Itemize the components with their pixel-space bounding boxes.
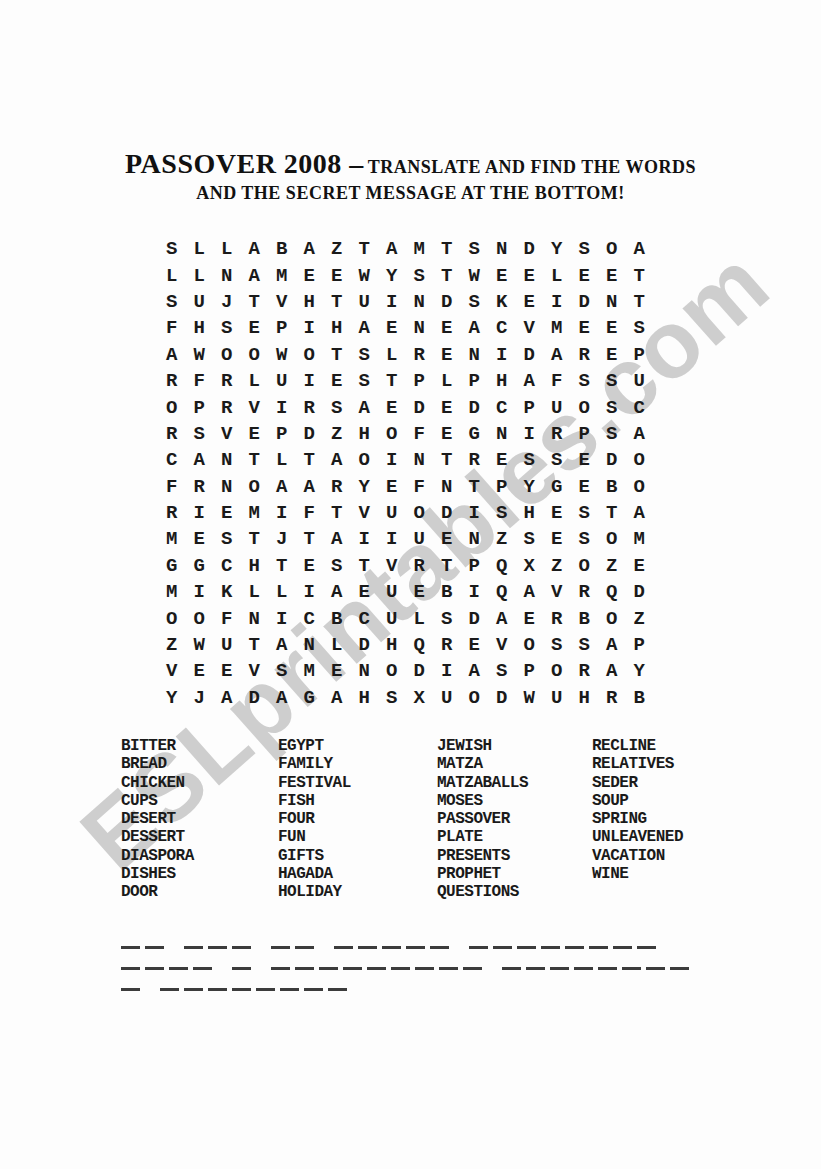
grid-cell[interactable]: I — [186, 500, 214, 526]
grid-cell[interactable]: L — [378, 342, 406, 368]
grid-cell[interactable]: E — [571, 262, 599, 288]
grid-cell[interactable]: O — [598, 236, 626, 262]
grid-cell[interactable]: V — [158, 658, 186, 684]
grid-cell[interactable]: N — [488, 236, 516, 262]
grid-cell[interactable]: S — [461, 236, 489, 262]
grid-cell[interactable]: H — [571, 685, 599, 711]
grid-cell[interactable]: Z — [158, 632, 186, 658]
grid-cell[interactable]: T — [323, 500, 351, 526]
grid-cell[interactable]: O — [461, 685, 489, 711]
grid-cell[interactable]: I — [268, 605, 296, 631]
grid-cell[interactable]: E — [323, 658, 351, 684]
grid-cell[interactable]: B — [433, 579, 461, 605]
grid-cell[interactable]: Z — [598, 553, 626, 579]
grid-cell[interactable]: T — [296, 526, 324, 552]
grid-cell[interactable]: A — [323, 685, 351, 711]
grid-cell[interactable]: O — [378, 658, 406, 684]
grid-cell[interactable]: I — [186, 579, 214, 605]
grid-cell[interactable]: E — [378, 315, 406, 341]
letter-blank[interactable] — [358, 946, 377, 949]
grid-cell[interactable]: T — [626, 262, 654, 288]
grid-cell[interactable]: E — [626, 553, 654, 579]
grid-cell[interactable]: L — [158, 262, 186, 288]
grid-cell[interactable]: N — [406, 289, 434, 315]
grid-cell[interactable]: W — [351, 262, 379, 288]
grid-cell[interactable]: F — [543, 368, 571, 394]
grid-cell[interactable]: E — [516, 605, 544, 631]
letter-blank[interactable] — [121, 988, 140, 991]
grid-cell[interactable]: T — [433, 447, 461, 473]
grid-cell[interactable]: N — [461, 342, 489, 368]
grid-cell[interactable]: A — [351, 315, 379, 341]
grid-cell[interactable]: N — [433, 474, 461, 500]
letter-blank[interactable] — [391, 967, 410, 970]
grid-cell[interactable]: S — [571, 526, 599, 552]
grid-cell[interactable]: T — [241, 289, 269, 315]
grid-cell[interactable]: E — [241, 421, 269, 447]
grid-cell[interactable]: A — [626, 500, 654, 526]
grid-cell[interactable]: E — [461, 632, 489, 658]
grid-cell[interactable]: A — [158, 342, 186, 368]
letter-blank[interactable] — [517, 946, 536, 949]
grid-cell[interactable]: P — [186, 394, 214, 420]
grid-cell[interactable]: I — [516, 421, 544, 447]
grid-cell[interactable]: D — [241, 685, 269, 711]
grid-cell[interactable]: R — [598, 685, 626, 711]
grid-cell[interactable]: A — [543, 342, 571, 368]
grid-cell[interactable]: H — [241, 553, 269, 579]
grid-cell[interactable]: L — [433, 368, 461, 394]
grid-cell[interactable]: C — [626, 394, 654, 420]
grid-cell[interactable]: W — [516, 685, 544, 711]
grid-cell[interactable]: P — [461, 368, 489, 394]
grid-cell[interactable]: I — [268, 394, 296, 420]
grid-cell[interactable]: Z — [543, 553, 571, 579]
grid-cell[interactable]: P — [406, 368, 434, 394]
letter-blank[interactable] — [406, 946, 425, 949]
grid-cell[interactable]: A — [626, 236, 654, 262]
letter-blank[interactable] — [169, 967, 188, 970]
grid-cell[interactable]: E — [516, 289, 544, 315]
letter-blank[interactable] — [526, 967, 545, 970]
grid-cell[interactable]: V — [488, 632, 516, 658]
grid-cell[interactable]: S — [598, 368, 626, 394]
grid-cell[interactable]: O — [158, 394, 186, 420]
letter-blank[interactable] — [334, 946, 353, 949]
grid-cell[interactable]: U — [433, 685, 461, 711]
letter-blank[interactable] — [304, 988, 323, 991]
grid-cell[interactable]: Y — [543, 236, 571, 262]
grid-cell[interactable]: D — [626, 579, 654, 605]
grid-cell[interactable]: N — [406, 447, 434, 473]
grid-cell[interactable]: Y — [158, 685, 186, 711]
letter-blank[interactable] — [502, 967, 521, 970]
letter-blank[interactable] — [160, 988, 179, 991]
grid-cell[interactable]: S — [571, 500, 599, 526]
grid-cell[interactable]: A — [598, 632, 626, 658]
letter-blank[interactable] — [256, 988, 275, 991]
grid-cell[interactable]: I — [378, 289, 406, 315]
grid-cell[interactable]: U — [186, 289, 214, 315]
grid-cell[interactable]: I — [433, 658, 461, 684]
grid-cell[interactable]: A — [268, 685, 296, 711]
grid-cell[interactable]: E — [323, 262, 351, 288]
grid-cell[interactable]: O — [543, 658, 571, 684]
grid-cell[interactable]: L — [268, 447, 296, 473]
grid-cell[interactable]: R — [213, 394, 241, 420]
grid-cell[interactable]: V — [378, 553, 406, 579]
grid-cell[interactable]: A — [516, 368, 544, 394]
grid-cell[interactable]: K — [488, 289, 516, 315]
grid-cell[interactable]: L — [186, 236, 214, 262]
grid-cell[interactable]: U — [406, 526, 434, 552]
grid-cell[interactable]: U — [543, 685, 571, 711]
letter-blank[interactable] — [280, 988, 299, 991]
grid-cell[interactable]: V — [241, 394, 269, 420]
grid-cell[interactable]: J — [186, 685, 214, 711]
grid-cell[interactable]: T — [241, 632, 269, 658]
grid-cell[interactable]: H — [323, 315, 351, 341]
grid-cell[interactable]: R — [406, 553, 434, 579]
grid-cell[interactable]: N — [351, 658, 379, 684]
grid-cell[interactable]: T — [626, 289, 654, 315]
grid-cell[interactable]: T — [378, 368, 406, 394]
grid-cell[interactable]: P — [268, 315, 296, 341]
grid-cell[interactable]: U — [543, 394, 571, 420]
letter-blank[interactable] — [145, 946, 164, 949]
grid-cell[interactable]: E — [433, 342, 461, 368]
letter-blank[interactable] — [232, 967, 251, 970]
letter-blank[interactable] — [439, 967, 458, 970]
letter-blank[interactable] — [541, 946, 560, 949]
grid-cell[interactable]: O — [571, 553, 599, 579]
letter-blank[interactable] — [382, 946, 401, 949]
letter-blank[interactable] — [622, 967, 641, 970]
letter-blank[interactable] — [271, 946, 290, 949]
grid-cell[interactable]: T — [351, 553, 379, 579]
grid-cell[interactable]: C — [488, 315, 516, 341]
grid-cell[interactable]: S — [351, 368, 379, 394]
grid-cell[interactable]: S — [378, 685, 406, 711]
grid-cell[interactable]: E — [433, 315, 461, 341]
letter-blank[interactable] — [670, 967, 689, 970]
grid-cell[interactable]: E — [186, 526, 214, 552]
grid-cell[interactable]: U — [378, 605, 406, 631]
grid-cell[interactable]: C — [158, 447, 186, 473]
grid-cell[interactable]: E — [186, 658, 214, 684]
grid-cell[interactable]: O — [598, 605, 626, 631]
letter-blank[interactable] — [469, 946, 488, 949]
letter-blank[interactable] — [184, 946, 203, 949]
grid-cell[interactable]: R — [461, 447, 489, 473]
grid-cell[interactable]: A — [213, 685, 241, 711]
grid-cell[interactable]: A — [351, 394, 379, 420]
grid-cell[interactable]: E — [571, 315, 599, 341]
grid-cell[interactable]: D — [433, 289, 461, 315]
letter-blank[interactable] — [232, 946, 251, 949]
grid-cell[interactable]: S — [571, 632, 599, 658]
letter-blank[interactable] — [328, 988, 347, 991]
grid-cell[interactable]: A — [323, 526, 351, 552]
grid-cell[interactable]: T — [241, 447, 269, 473]
letter-blank[interactable] — [208, 946, 227, 949]
grid-cell[interactable]: Z — [323, 421, 351, 447]
grid-cell[interactable]: S — [516, 447, 544, 473]
grid-cell[interactable]: C — [488, 394, 516, 420]
grid-cell[interactable]: W — [186, 632, 214, 658]
grid-cell[interactable]: E — [406, 579, 434, 605]
grid-cell[interactable]: N — [488, 421, 516, 447]
grid-cell[interactable]: W — [461, 262, 489, 288]
grid-cell[interactable]: D — [433, 500, 461, 526]
grid-cell[interactable]: P — [488, 474, 516, 500]
letter-blank[interactable] — [295, 967, 314, 970]
grid-cell[interactable]: S — [323, 394, 351, 420]
grid-cell[interactable]: D — [598, 447, 626, 473]
grid-cell[interactable]: P — [461, 553, 489, 579]
grid-cell[interactable]: J — [213, 289, 241, 315]
grid-cell[interactable]: I — [296, 368, 324, 394]
letter-blank[interactable] — [184, 988, 203, 991]
grid-cell[interactable]: V — [543, 579, 571, 605]
letter-blank[interactable] — [208, 988, 227, 991]
grid-cell[interactable]: Y — [351, 474, 379, 500]
grid-cell[interactable]: R — [571, 342, 599, 368]
grid-cell[interactable]: N — [296, 632, 324, 658]
grid-cell[interactable]: U — [351, 289, 379, 315]
letter-blank[interactable] — [121, 967, 140, 970]
grid-cell[interactable]: Z — [626, 605, 654, 631]
grid-cell[interactable]: V — [213, 421, 241, 447]
grid-cell[interactable]: F — [158, 315, 186, 341]
grid-cell[interactable]: D — [516, 342, 544, 368]
grid-cell[interactable]: O — [241, 342, 269, 368]
letter-blank[interactable] — [637, 946, 656, 949]
grid-cell[interactable]: B — [571, 605, 599, 631]
grid-cell[interactable]: S — [433, 605, 461, 631]
grid-cell[interactable]: R — [406, 342, 434, 368]
grid-cell[interactable]: O — [158, 605, 186, 631]
letter-blank[interactable] — [193, 967, 212, 970]
grid-cell[interactable]: T — [268, 553, 296, 579]
grid-cell[interactable]: R — [571, 658, 599, 684]
grid-cell[interactable]: M — [158, 526, 186, 552]
letter-blank[interactable] — [550, 967, 569, 970]
grid-cell[interactable]: S — [571, 236, 599, 262]
grid-cell[interactable]: E — [516, 262, 544, 288]
grid-cell[interactable]: F — [406, 474, 434, 500]
grid-cell[interactable]: A — [323, 447, 351, 473]
grid-cell[interactable]: E — [571, 474, 599, 500]
grid-cell[interactable]: S — [186, 421, 214, 447]
grid-cell[interactable]: D — [406, 394, 434, 420]
grid-cell[interactable]: E — [598, 342, 626, 368]
letter-blank[interactable] — [415, 967, 434, 970]
grid-cell[interactable]: N — [406, 315, 434, 341]
letter-blank[interactable] — [574, 967, 593, 970]
grid-cell[interactable]: R — [158, 421, 186, 447]
grid-cell[interactable]: W — [186, 342, 214, 368]
grid-cell[interactable]: E — [488, 447, 516, 473]
grid-cell[interactable]: E — [433, 526, 461, 552]
grid-cell[interactable]: D — [516, 236, 544, 262]
grid-cell[interactable]: B — [268, 236, 296, 262]
grid-cell[interactable]: F — [406, 421, 434, 447]
grid-cell[interactable]: Q — [598, 579, 626, 605]
grid-cell[interactable]: E — [351, 579, 379, 605]
grid-cell[interactable]: G — [186, 553, 214, 579]
grid-cell[interactable]: U — [268, 368, 296, 394]
grid-cell[interactable]: E — [213, 500, 241, 526]
grid-cell[interactable]: S — [268, 658, 296, 684]
grid-cell[interactable]: H — [378, 632, 406, 658]
grid-cell[interactable]: H — [516, 500, 544, 526]
grid-cell[interactable]: T — [351, 236, 379, 262]
grid-cell[interactable]: E — [213, 658, 241, 684]
grid-cell[interactable]: C — [213, 553, 241, 579]
grid-cell[interactable]: J — [268, 526, 296, 552]
grid-cell[interactable]: Q — [488, 579, 516, 605]
grid-cell[interactable]: S — [461, 289, 489, 315]
grid-cell[interactable]: D — [571, 289, 599, 315]
grid-cell[interactable]: S — [543, 447, 571, 473]
grid-cell[interactable]: A — [323, 579, 351, 605]
letter-blank[interactable] — [646, 967, 665, 970]
grid-cell[interactable]: R — [158, 500, 186, 526]
grid-cell[interactable]: U — [378, 579, 406, 605]
grid-cell[interactable]: P — [516, 394, 544, 420]
grid-cell[interactable]: S — [158, 289, 186, 315]
grid-cell[interactable]: E — [571, 447, 599, 473]
grid-cell[interactable]: Z — [323, 236, 351, 262]
grid-cell[interactable]: D — [351, 632, 379, 658]
grid-cell[interactable]: L — [213, 236, 241, 262]
grid-cell[interactable]: O — [626, 447, 654, 473]
grid-cell[interactable]: S — [516, 526, 544, 552]
grid-cell[interactable]: N — [213, 447, 241, 473]
grid-cell[interactable]: H — [351, 421, 379, 447]
grid-cell[interactable]: Z — [488, 526, 516, 552]
grid-cell[interactable]: X — [406, 685, 434, 711]
grid-cell[interactable]: A — [461, 658, 489, 684]
grid-cell[interactable]: V — [351, 500, 379, 526]
grid-cell[interactable]: U — [626, 368, 654, 394]
grid-cell[interactable]: X — [516, 553, 544, 579]
grid-cell[interactable]: L — [241, 368, 269, 394]
grid-cell[interactable]: O — [241, 474, 269, 500]
grid-cell[interactable]: D — [461, 605, 489, 631]
grid-cell[interactable]: R — [433, 632, 461, 658]
grid-cell[interactable]: N — [213, 474, 241, 500]
grid-cell[interactable]: D — [488, 685, 516, 711]
grid-cell[interactable]: I — [461, 579, 489, 605]
grid-cell[interactable]: H — [186, 315, 214, 341]
grid-cell[interactable]: Q — [488, 553, 516, 579]
grid-cell[interactable]: A — [241, 236, 269, 262]
grid-cell[interactable]: B — [598, 474, 626, 500]
grid-cell[interactable]: A — [296, 236, 324, 262]
grid-cell[interactable]: I — [268, 500, 296, 526]
letter-blank[interactable] — [598, 967, 617, 970]
grid-cell[interactable]: R — [543, 605, 571, 631]
letter-blank[interactable] — [565, 946, 584, 949]
grid-cell[interactable]: E — [598, 262, 626, 288]
grid-cell[interactable]: Y — [378, 262, 406, 288]
grid-cell[interactable]: A — [488, 605, 516, 631]
grid-cell[interactable]: O — [351, 447, 379, 473]
grid-cell[interactable]: O — [571, 394, 599, 420]
grid-cell[interactable]: T — [323, 289, 351, 315]
grid-cell[interactable]: E — [296, 262, 324, 288]
grid-cell[interactable]: S — [406, 262, 434, 288]
grid-cell[interactable]: L — [268, 579, 296, 605]
grid-cell[interactable]: Y — [516, 474, 544, 500]
grid-cell[interactable]: H — [351, 685, 379, 711]
grid-cell[interactable]: V — [241, 658, 269, 684]
grid-cell[interactable]: T — [433, 262, 461, 288]
grid-cell[interactable]: E — [543, 500, 571, 526]
grid-cell[interactable]: N — [213, 262, 241, 288]
grid-cell[interactable]: P — [516, 658, 544, 684]
grid-cell[interactable]: S — [571, 368, 599, 394]
grid-cell[interactable]: R — [323, 474, 351, 500]
grid-cell[interactable]: O — [378, 421, 406, 447]
grid-cell[interactable]: U — [378, 500, 406, 526]
grid-cell[interactable]: Q — [406, 632, 434, 658]
grid-cell[interactable]: N — [598, 289, 626, 315]
grid-cell[interactable]: A — [186, 447, 214, 473]
letter-blank[interactable] — [367, 967, 386, 970]
letter-blank[interactable] — [589, 946, 608, 949]
grid-cell[interactable]: S — [158, 236, 186, 262]
grid-cell[interactable]: N — [241, 605, 269, 631]
grid-cell[interactable]: K — [213, 579, 241, 605]
grid-cell[interactable]: A — [461, 315, 489, 341]
grid-cell[interactable]: D — [296, 421, 324, 447]
grid-cell[interactable]: M — [268, 262, 296, 288]
grid-cell[interactable]: S — [488, 500, 516, 526]
letter-blank[interactable] — [319, 967, 338, 970]
grid-cell[interactable]: F — [213, 605, 241, 631]
letter-blank[interactable] — [463, 967, 482, 970]
grid-cell[interactable]: H — [296, 289, 324, 315]
grid-cell[interactable]: I — [543, 289, 571, 315]
grid-cell[interactable]: L — [543, 262, 571, 288]
grid-cell[interactable]: M — [543, 315, 571, 341]
grid-cell[interactable]: O — [598, 526, 626, 552]
grid-cell[interactable]: F — [186, 368, 214, 394]
grid-cell[interactable]: L — [323, 632, 351, 658]
grid-cell[interactable]: P — [268, 421, 296, 447]
letter-blank[interactable] — [343, 967, 362, 970]
grid-cell[interactable]: W — [268, 342, 296, 368]
grid-cell[interactable]: S — [351, 342, 379, 368]
grid-cell[interactable]: F — [158, 474, 186, 500]
grid-cell[interactable]: R — [543, 421, 571, 447]
letter-blank[interactable] — [295, 946, 314, 949]
grid-cell[interactable]: O — [406, 500, 434, 526]
grid-cell[interactable]: S — [543, 632, 571, 658]
grid-cell[interactable]: C — [351, 605, 379, 631]
grid-cell[interactable]: I — [296, 315, 324, 341]
grid-cell[interactable]: U — [213, 632, 241, 658]
grid-cell[interactable]: L — [406, 605, 434, 631]
grid-cell[interactable]: O — [516, 632, 544, 658]
grid-cell[interactable]: P — [571, 421, 599, 447]
grid-cell[interactable]: I — [351, 526, 379, 552]
grid-cell[interactable]: I — [296, 579, 324, 605]
grid-cell[interactable]: T — [296, 447, 324, 473]
